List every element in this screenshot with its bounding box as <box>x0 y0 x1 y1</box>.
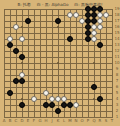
white-stone-N18 <box>73 12 79 18</box>
white-stone-C16 <box>13 24 19 30</box>
white-stone-B14 <box>7 36 13 42</box>
go-diagram: { "game": "go", "header": { "segments": … <box>0 0 120 126</box>
star-point <box>21 26 23 28</box>
black-stone-Q6 <box>91 84 97 90</box>
black-stone-C12 <box>13 48 19 54</box>
star-point <box>93 62 95 64</box>
star-point <box>21 98 23 100</box>
black-stone-E17 <box>25 18 31 24</box>
column-labels: ABCDEFGHJKLMNOPQRST <box>1 118 115 124</box>
black-stone-K2 <box>55 108 61 114</box>
black-stone-B5 <box>7 90 13 96</box>
black-stone-J3 <box>49 102 55 108</box>
black-stone-R13 <box>97 42 103 48</box>
black-stone-K17 <box>55 18 61 24</box>
row-label: 1 <box>114 114 120 120</box>
white-stone-O17 <box>79 18 85 24</box>
star-point <box>57 62 59 64</box>
star-point <box>93 98 95 100</box>
star-point <box>21 62 23 64</box>
white-stone-D8 <box>19 72 25 78</box>
white-stone-R16 <box>97 24 103 30</box>
stone-layer <box>1 6 115 120</box>
black-stone-M14 <box>67 36 73 42</box>
white-stone-Q14 <box>91 36 97 42</box>
white-stone-H5 <box>43 90 49 96</box>
white-stone-F4 <box>31 96 37 102</box>
black-stone-R4 <box>97 96 103 102</box>
white-stone-N3 <box>73 102 79 108</box>
white-stone-S18 <box>103 12 109 18</box>
black-stone-D11 <box>19 54 25 60</box>
white-stone-L4 <box>61 96 67 102</box>
black-stone-D7 <box>19 78 25 84</box>
black-stone-B13 <box>7 42 13 48</box>
white-stone-D14 <box>19 36 25 42</box>
black-stone-D3 <box>19 102 25 108</box>
row-labels: 19181716151413121110987654321 <box>114 6 120 120</box>
star-point <box>57 26 59 28</box>
